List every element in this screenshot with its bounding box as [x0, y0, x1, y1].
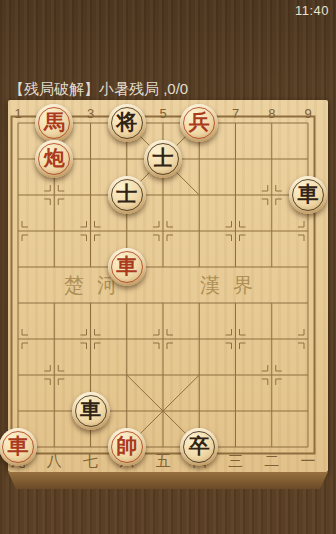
xiangqi-board[interactable]: 楚河 漢界 123456789九八七六五四三二一 馬将兵炮士士車車車車帥卒	[8, 100, 328, 472]
file-label-bottom-5: 五	[145, 452, 181, 471]
board-edge-bevel	[8, 472, 328, 489]
file-label-top-5: 5	[145, 106, 181, 121]
piece-character: 車	[80, 400, 101, 421]
file-label-top-3: 3	[73, 106, 109, 121]
app-screen: { "game": "xiangqi", "status_bar": { "cl…	[0, 0, 336, 534]
file-label-bottom-3: 七	[73, 452, 109, 471]
piece-character: 車	[116, 256, 137, 277]
red-general-piece[interactable]: 帥	[108, 428, 146, 466]
black-chariot-piece[interactable]: 車	[289, 176, 327, 214]
red-soldier-piece[interactable]: 兵	[180, 104, 218, 142]
puzzle-title: 【残局破解】小暑残局 ,0/0	[9, 80, 188, 99]
piece-character: 炮	[44, 148, 65, 169]
file-label-bottom-9: 一	[290, 452, 326, 471]
black-advisor-piece[interactable]: 士	[108, 176, 146, 214]
river-text-right: 漢界	[194, 272, 266, 299]
file-label-top-9: 9	[290, 106, 326, 121]
black-general-piece[interactable]: 将	[108, 104, 146, 142]
piece-character: 卒	[189, 436, 210, 457]
red-horse-piece[interactable]: 馬	[35, 104, 73, 142]
piece-character: 車	[8, 436, 29, 457]
piece-character: 将	[116, 112, 137, 133]
file-label-top-8: 8	[254, 106, 290, 121]
piece-character: 馬	[44, 112, 65, 133]
file-label-bottom-8: 二	[254, 452, 290, 471]
red-cannon-piece[interactable]: 炮	[35, 140, 73, 178]
file-label-bottom-7: 三	[218, 452, 254, 471]
black-chariot-piece[interactable]: 車	[72, 392, 110, 430]
piece-character: 士	[153, 148, 174, 169]
status-clock: 11:40	[295, 3, 329, 18]
piece-character: 帥	[116, 436, 137, 457]
black-advisor-piece[interactable]: 士	[144, 140, 182, 178]
piece-character: 士	[116, 184, 137, 205]
red-chariot-piece[interactable]: 車	[108, 248, 146, 286]
black-soldier-piece[interactable]: 卒	[180, 428, 218, 466]
file-label-top-1: 1	[0, 106, 36, 121]
piece-character: 兵	[189, 112, 210, 133]
piece-character: 車	[298, 184, 319, 205]
file-label-top-7: 7	[218, 106, 254, 121]
red-chariot-piece[interactable]: 車	[0, 428, 37, 466]
file-label-bottom-2: 八	[36, 452, 72, 471]
